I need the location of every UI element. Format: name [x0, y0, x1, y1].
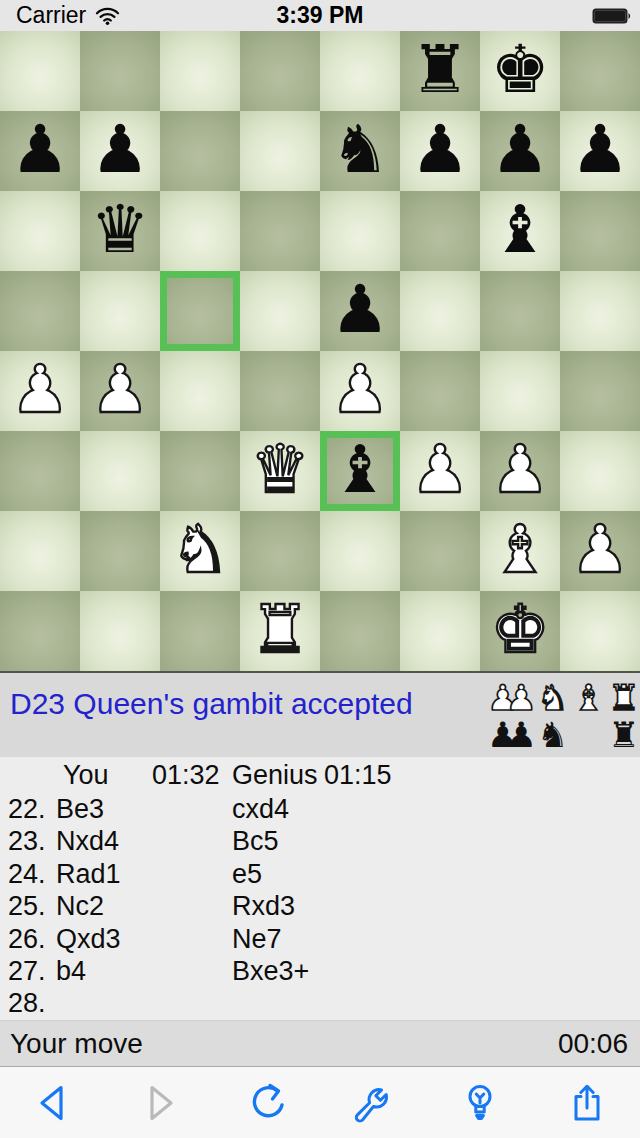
square-d6[interactable] — [240, 191, 320, 271]
white-move: Rad1 — [56, 858, 121, 890]
black-bishop: ♝ — [320, 431, 400, 509]
status-bar: Carrier 3:39 PM — [0, 0, 640, 31]
redo-icon — [244, 1080, 290, 1126]
square-b2[interactable] — [80, 511, 160, 591]
square-a2[interactable] — [0, 511, 80, 591]
white-player-name: You — [63, 757, 109, 793]
move-number: 28. — [8, 987, 46, 1019]
square-g4[interactable] — [480, 351, 560, 431]
black-pawn: ♟ — [560, 111, 640, 189]
captured-cell: ♜ — [608, 717, 638, 754]
move-number: 26. — [8, 923, 46, 955]
white-pawn: ♟ — [400, 431, 480, 509]
square-b1[interactable] — [80, 591, 160, 671]
square-b3[interactable] — [80, 431, 160, 511]
black-knight: ♞ — [320, 111, 400, 189]
captured-black-pieces-row: ♟♟♞♜ — [487, 717, 638, 754]
move-number: 23. — [8, 825, 46, 857]
square-c3[interactable] — [160, 431, 240, 511]
square-f6[interactable] — [400, 191, 480, 271]
square-a8[interactable] — [0, 31, 80, 111]
forward-button[interactable] — [137, 1080, 183, 1126]
square-a7[interactable]: ♟ — [0, 111, 80, 191]
square-h2[interactable]: ♟ — [560, 511, 640, 591]
share-icon — [564, 1080, 610, 1126]
square-g7[interactable]: ♟ — [480, 111, 560, 191]
white-player-clock: 01:32 — [152, 757, 220, 793]
white-king: ♚ — [480, 591, 560, 669]
square-g1[interactable]: ♚ — [480, 591, 560, 671]
wrench-icon — [350, 1080, 396, 1126]
square-h5[interactable] — [560, 271, 640, 351]
move-row: 26.Qxd3Ne7 — [0, 923, 640, 955]
white-queen: ♛ — [240, 431, 320, 509]
black-bishop: ♝ — [480, 191, 560, 269]
square-f8[interactable]: ♜ — [400, 31, 480, 111]
square-g2[interactable]: ♝ — [480, 511, 560, 591]
square-f2[interactable] — [400, 511, 480, 591]
captured-white-bishop-icon: ♝ — [573, 680, 604, 717]
square-h8[interactable] — [560, 31, 640, 111]
square-d2[interactable] — [240, 511, 320, 591]
square-c6[interactable] — [160, 191, 240, 271]
back-button[interactable] — [30, 1080, 76, 1126]
square-e5[interactable]: ♟ — [320, 271, 400, 351]
captured-pieces-tray: ♟♟♞♝♜♟♟♞♜ — [487, 680, 638, 754]
black-pawn: ♟ — [0, 111, 80, 189]
settings-button[interactable] — [350, 1080, 396, 1126]
captured-cell: ♞ — [537, 680, 573, 717]
square-a5[interactable] — [0, 271, 80, 351]
square-d5[interactable] — [240, 271, 320, 351]
white-pawn: ♟ — [320, 351, 400, 429]
move-timer: 00:06 — [558, 1028, 628, 1060]
square-b8[interactable] — [80, 31, 160, 111]
square-c8[interactable] — [160, 31, 240, 111]
square-h1[interactable] — [560, 591, 640, 671]
white-rook: ♜ — [240, 591, 320, 669]
white-move: Qxd3 — [56, 923, 121, 955]
square-g3[interactable]: ♟ — [480, 431, 560, 511]
move-row: 25.Nc2Rxd3 — [0, 890, 640, 922]
black-move: cxd4 — [232, 793, 289, 825]
captured-black-knight-icon: ♞ — [537, 717, 568, 754]
square-b6[interactable]: ♛ — [80, 191, 160, 271]
square-e1[interactable] — [320, 591, 400, 671]
black-queen: ♛ — [80, 191, 160, 269]
turn-status-bar: Your move 00:06 — [0, 1020, 640, 1066]
square-d4[interactable] — [240, 351, 320, 431]
captured-cell: ♜ — [608, 680, 638, 717]
square-g8[interactable]: ♚ — [480, 31, 560, 111]
back-icon — [30, 1080, 76, 1126]
square-f1[interactable] — [400, 591, 480, 671]
square-c5[interactable] — [160, 271, 240, 351]
captured-cell: ♞ — [537, 717, 573, 754]
white-move: b4 — [56, 955, 86, 987]
white-move: Be3 — [56, 793, 104, 825]
black-move: Ne7 — [232, 923, 282, 955]
share-button[interactable] — [564, 1080, 610, 1126]
black-rook: ♜ — [400, 31, 480, 109]
black-move: Bc5 — [232, 825, 279, 857]
chess-app-screen: Carrier 3:39 PM ♜♚♟♟♞♟♟♟♛♝♟♟♟♟♛♝♟♟♞♝♟♜♚ … — [0, 0, 640, 1138]
square-h6[interactable] — [560, 191, 640, 271]
move-number: 24. — [8, 858, 46, 890]
square-b4[interactable]: ♟ — [80, 351, 160, 431]
redo-button[interactable] — [244, 1080, 290, 1126]
captured-cell — [573, 717, 608, 754]
square-d8[interactable] — [240, 31, 320, 111]
black-player-clock: 01:15 — [324, 757, 392, 793]
move-number: 22. — [8, 793, 46, 825]
move-row: 22.Be3cxd4 — [0, 793, 640, 825]
square-c2[interactable]: ♞ — [160, 511, 240, 591]
move-list-header: You 01:32 Genius 01:15 — [0, 757, 640, 793]
white-pawn: ♟ — [0, 351, 80, 429]
square-d7[interactable] — [240, 111, 320, 191]
status-clock-label: 3:39 PM — [0, 2, 640, 29]
black-player-name: Genius — [232, 757, 318, 793]
square-h7[interactable]: ♟ — [560, 111, 640, 191]
black-pawn: ♟ — [320, 271, 400, 349]
toolbar — [0, 1066, 640, 1138]
turn-indicator-label: Your move — [10, 1028, 143, 1060]
square-a6[interactable] — [0, 191, 80, 271]
forward-icon — [137, 1080, 183, 1126]
square-g6[interactable]: ♝ — [480, 191, 560, 271]
square-c7[interactable] — [160, 111, 240, 191]
square-f3[interactable]: ♟ — [400, 431, 480, 511]
white-move: Nc2 — [56, 890, 104, 922]
square-d3[interactable]: ♛ — [240, 431, 320, 511]
square-b5[interactable] — [80, 271, 160, 351]
captured-white-knight-icon: ♞ — [537, 680, 568, 717]
square-e4[interactable]: ♟ — [320, 351, 400, 431]
black-pawn: ♟ — [80, 111, 160, 189]
square-g5[interactable] — [480, 271, 560, 351]
captured-black-pawn-icon: ♟ — [505, 717, 536, 754]
move-row: 28. — [0, 987, 640, 1019]
white-pawn: ♟ — [80, 351, 160, 429]
square-h4[interactable] — [560, 351, 640, 431]
move-row: 23.Nxd4Bc5 — [0, 825, 640, 857]
square-e8[interactable] — [320, 31, 400, 111]
square-a1[interactable] — [0, 591, 80, 671]
square-f7[interactable]: ♟ — [400, 111, 480, 191]
captured-white-rook-icon: ♜ — [608, 680, 639, 717]
move-number: 27. — [8, 955, 46, 987]
white-move: Nxd4 — [56, 825, 119, 857]
captured-cell: ♟♟ — [487, 680, 537, 717]
white-pawn: ♟ — [480, 431, 560, 509]
move-rows: 22.Be3cxd423.Nxd4Bc524.Rad1e525.Nc2Rxd32… — [0, 793, 640, 1020]
chess-board[interactable]: ♜♚♟♟♞♟♟♟♛♝♟♟♟♟♛♝♟♟♞♝♟♜♚ — [0, 31, 640, 673]
black-pawn: ♟ — [400, 111, 480, 189]
captured-white-pawn-icon: ♟ — [505, 680, 536, 717]
square-h3[interactable] — [560, 431, 640, 511]
black-move: Bxe3+ — [232, 955, 309, 987]
move-row: 24.Rad1e5 — [0, 858, 640, 890]
move-number: 25. — [8, 890, 46, 922]
hint-button[interactable] — [457, 1080, 503, 1126]
captured-black-rook-icon: ♜ — [608, 717, 639, 754]
black-pawn: ♟ — [480, 111, 560, 189]
lightbulb-icon — [457, 1080, 503, 1126]
square-a4[interactable]: ♟ — [0, 351, 80, 431]
square-d1[interactable]: ♜ — [240, 591, 320, 671]
black-move: Rxd3 — [232, 890, 295, 922]
captured-cell: ♟♟ — [487, 717, 537, 754]
white-bishop: ♝ — [480, 511, 560, 589]
square-b7[interactable]: ♟ — [80, 111, 160, 191]
square-f5[interactable] — [400, 271, 480, 351]
info-panel: D23 Queen's gambit accepted ♟♟♞♝♜♟♟♞♜ — [0, 673, 640, 757]
black-king: ♚ — [480, 31, 560, 109]
move-row: 27.b4Bxe3+ — [0, 955, 640, 987]
square-e7[interactable]: ♞ — [320, 111, 400, 191]
white-knight: ♞ — [160, 511, 240, 589]
black-move: e5 — [232, 858, 262, 890]
move-list[interactable]: You 01:32 Genius 01:15 22.Be3cxd423.Nxd4… — [0, 757, 640, 1020]
square-a3[interactable] — [0, 431, 80, 511]
square-e3[interactable]: ♝ — [320, 431, 400, 511]
square-e2[interactable] — [320, 511, 400, 591]
square-c4[interactable] — [160, 351, 240, 431]
square-f4[interactable] — [400, 351, 480, 431]
square-c1[interactable] — [160, 591, 240, 671]
captured-white-pieces-row: ♟♟♞♝♜ — [487, 680, 638, 717]
captured-cell: ♝ — [573, 680, 608, 717]
square-e6[interactable] — [320, 191, 400, 271]
white-pawn: ♟ — [560, 511, 640, 589]
